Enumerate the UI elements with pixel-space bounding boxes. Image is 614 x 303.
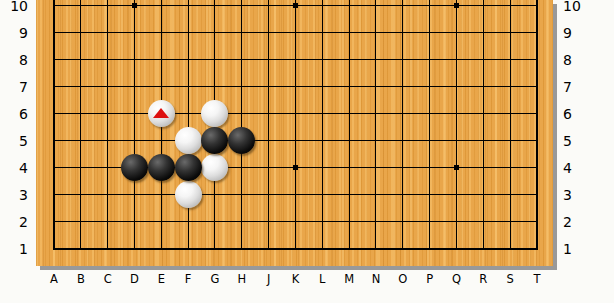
row-label-right: 10 [563, 0, 593, 15]
grid-line-vertical [80, 0, 81, 250]
white-stone [201, 154, 228, 181]
row-label-right: 3 [563, 186, 593, 204]
row-label-right: 5 [563, 132, 593, 150]
row-label-left: 3 [0, 186, 28, 204]
column-label: B [68, 272, 94, 286]
grid-line-horizontal [53, 221, 538, 222]
grid-line-vertical [322, 0, 323, 250]
row-label-right: 6 [563, 105, 593, 123]
column-label: E [148, 272, 174, 286]
grid-line-vertical [188, 0, 189, 250]
star-point [293, 165, 298, 170]
column-label: R [470, 272, 496, 286]
column-label: D [121, 272, 147, 286]
star-point [132, 3, 137, 8]
column-label: L [309, 272, 335, 286]
row-label-left: 6 [0, 105, 28, 123]
grid-line-horizontal [53, 248, 538, 250]
grid-line-vertical [53, 0, 55, 250]
white-stone [201, 100, 228, 127]
grid-line-vertical [134, 0, 135, 250]
white-stone [175, 127, 202, 154]
grid-line-vertical [107, 0, 108, 250]
column-label: C [95, 272, 121, 286]
grid-line-vertical [510, 0, 511, 250]
grid-line-horizontal [53, 194, 538, 195]
grid-line-vertical [456, 0, 457, 250]
grid-line-horizontal [53, 113, 538, 114]
black-stone [175, 154, 202, 181]
go-board-surface[interactable] [36, 0, 553, 266]
column-label: S [497, 272, 523, 286]
column-label: P [417, 272, 443, 286]
row-label-right: 9 [563, 24, 593, 42]
grid-line-vertical [483, 0, 484, 250]
column-label: G [202, 272, 228, 286]
grid-line-vertical [402, 0, 403, 250]
grid-line-vertical [349, 0, 350, 250]
go-board-screenshot: 10987654321 10987654321 ABCDEFGHJKLMNOPQ… [0, 0, 614, 303]
column-label: O [390, 272, 416, 286]
column-label: J [256, 272, 282, 286]
column-label: T [524, 272, 550, 286]
grid-line-horizontal [53, 59, 538, 60]
row-label-left: 8 [0, 51, 28, 69]
grid-line-vertical [241, 0, 242, 250]
column-label: H [229, 272, 255, 286]
grid-line-vertical [536, 0, 538, 250]
row-label-right: 7 [563, 78, 593, 96]
row-label-left: 7 [0, 78, 28, 96]
black-stone [148, 154, 175, 181]
grid-line-vertical [375, 0, 376, 250]
row-label-left: 2 [0, 213, 28, 231]
grid-line-vertical [429, 0, 430, 250]
triangle-marker [153, 108, 169, 118]
grid-line-horizontal [53, 86, 538, 87]
star-point [454, 165, 459, 170]
row-label-right: 1 [563, 240, 593, 258]
star-point [293, 3, 298, 8]
black-stone [228, 127, 255, 154]
row-label-left: 4 [0, 159, 28, 177]
white-stone [175, 181, 202, 208]
row-label-left: 5 [0, 132, 28, 150]
column-label: Q [443, 272, 469, 286]
row-label-right: 4 [563, 159, 593, 177]
row-label-left: 1 [0, 240, 28, 258]
column-label: K [282, 272, 308, 286]
black-stone [121, 154, 148, 181]
grid-line-vertical [268, 0, 269, 250]
column-label: F [175, 272, 201, 286]
star-point [454, 3, 459, 8]
column-label: A [41, 272, 67, 286]
grid-line-horizontal [53, 32, 538, 33]
row-label-left: 10 [0, 0, 28, 15]
black-stone [201, 127, 228, 154]
row-label-right: 8 [563, 51, 593, 69]
grid-line-vertical [295, 0, 296, 250]
row-label-right: 2 [563, 213, 593, 231]
column-label: M [336, 272, 362, 286]
grid-line-horizontal [53, 140, 538, 141]
column-label: N [363, 272, 389, 286]
row-label-left: 9 [0, 24, 28, 42]
